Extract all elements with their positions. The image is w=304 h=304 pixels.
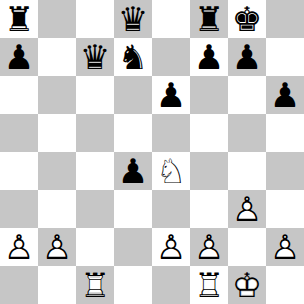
- square-e7[interactable]: [152, 38, 190, 76]
- square-e2[interactable]: ♟♙: [152, 228, 190, 266]
- piece-white-king: ♔: [228, 266, 266, 304]
- square-a7[interactable]: ♟: [0, 38, 38, 76]
- square-f1[interactable]: ♜♖: [190, 266, 228, 304]
- piece-black-pawn: ♟: [114, 152, 152, 190]
- square-h5[interactable]: [266, 114, 304, 152]
- square-c4[interactable]: [76, 152, 114, 190]
- square-a3[interactable]: [0, 190, 38, 228]
- square-b3[interactable]: [38, 190, 76, 228]
- square-d4[interactable]: ♟: [114, 152, 152, 190]
- square-e8[interactable]: [152, 0, 190, 38]
- square-g8[interactable]: ♚: [228, 0, 266, 38]
- square-a6[interactable]: [0, 76, 38, 114]
- piece-black-king: ♚: [228, 0, 266, 38]
- piece-black-rook: ♜: [0, 0, 38, 38]
- piece-white-pawn: ♙: [190, 228, 228, 266]
- square-h4[interactable]: [266, 152, 304, 190]
- square-d6[interactable]: [114, 76, 152, 114]
- piece-black-queen: ♛: [114, 0, 152, 38]
- piece-black-pawn: ♟: [0, 38, 38, 76]
- square-f6[interactable]: [190, 76, 228, 114]
- piece-white-rook: ♖: [76, 266, 114, 304]
- square-f4[interactable]: [190, 152, 228, 190]
- square-g6[interactable]: [228, 76, 266, 114]
- square-c6[interactable]: [76, 76, 114, 114]
- piece-black-pawn: ♟: [228, 38, 266, 76]
- square-h1[interactable]: [266, 266, 304, 304]
- piece-black-pawn: ♟: [190, 38, 228, 76]
- square-b7[interactable]: [38, 38, 76, 76]
- piece-black-pawn: ♟: [152, 76, 190, 114]
- square-c5[interactable]: [76, 114, 114, 152]
- square-h6[interactable]: ♟: [266, 76, 304, 114]
- square-f2[interactable]: ♟♙: [190, 228, 228, 266]
- square-b8[interactable]: [38, 0, 76, 38]
- square-a1[interactable]: [0, 266, 38, 304]
- square-e1[interactable]: [152, 266, 190, 304]
- square-d1[interactable]: [114, 266, 152, 304]
- piece-black-rook: ♜: [190, 0, 228, 38]
- square-c7[interactable]: ♛: [76, 38, 114, 76]
- square-f7[interactable]: ♟: [190, 38, 228, 76]
- square-h7[interactable]: [266, 38, 304, 76]
- square-a2[interactable]: ♟♙: [0, 228, 38, 266]
- square-c8[interactable]: [76, 0, 114, 38]
- square-h2[interactable]: ♟♙: [266, 228, 304, 266]
- square-h8[interactable]: [266, 0, 304, 38]
- square-f5[interactable]: [190, 114, 228, 152]
- piece-black-knight: ♞: [114, 38, 152, 76]
- square-d3[interactable]: [114, 190, 152, 228]
- square-g5[interactable]: [228, 114, 266, 152]
- square-a5[interactable]: [0, 114, 38, 152]
- square-b6[interactable]: [38, 76, 76, 114]
- piece-white-pawn: ♙: [266, 228, 304, 266]
- piece-white-rook: ♖: [190, 266, 228, 304]
- square-b4[interactable]: [38, 152, 76, 190]
- square-e3[interactable]: [152, 190, 190, 228]
- square-e6[interactable]: ♟: [152, 76, 190, 114]
- square-f3[interactable]: [190, 190, 228, 228]
- piece-white-knight: ♘: [152, 152, 190, 190]
- square-c2[interactable]: [76, 228, 114, 266]
- piece-white-pawn: ♙: [152, 228, 190, 266]
- piece-black-pawn: ♟: [266, 76, 304, 114]
- square-h3[interactable]: [266, 190, 304, 228]
- square-e5[interactable]: [152, 114, 190, 152]
- piece-white-pawn: ♙: [0, 228, 38, 266]
- square-g2[interactable]: [228, 228, 266, 266]
- chess-board: ♜♛♜♚♟♛♞♟♟♟♟♟♞♘♟♙♟♙♟♙♟♙♟♙♟♙♜♖♜♖♚♔: [0, 0, 304, 304]
- piece-white-pawn: ♙: [228, 190, 266, 228]
- square-c3[interactable]: [76, 190, 114, 228]
- square-d7[interactable]: ♞: [114, 38, 152, 76]
- square-e4[interactable]: ♞♘: [152, 152, 190, 190]
- square-d8[interactable]: ♛: [114, 0, 152, 38]
- square-c1[interactable]: ♜♖: [76, 266, 114, 304]
- square-b2[interactable]: ♟♙: [38, 228, 76, 266]
- square-a8[interactable]: ♜: [0, 0, 38, 38]
- square-d5[interactable]: [114, 114, 152, 152]
- square-g3[interactable]: ♟♙: [228, 190, 266, 228]
- square-g1[interactable]: ♚♔: [228, 266, 266, 304]
- square-d2[interactable]: [114, 228, 152, 266]
- piece-white-pawn: ♙: [38, 228, 76, 266]
- square-g4[interactable]: [228, 152, 266, 190]
- square-b5[interactable]: [38, 114, 76, 152]
- square-a4[interactable]: [0, 152, 38, 190]
- square-g7[interactable]: ♟: [228, 38, 266, 76]
- piece-black-queen: ♛: [76, 38, 114, 76]
- square-b1[interactable]: [38, 266, 76, 304]
- square-f8[interactable]: ♜: [190, 0, 228, 38]
